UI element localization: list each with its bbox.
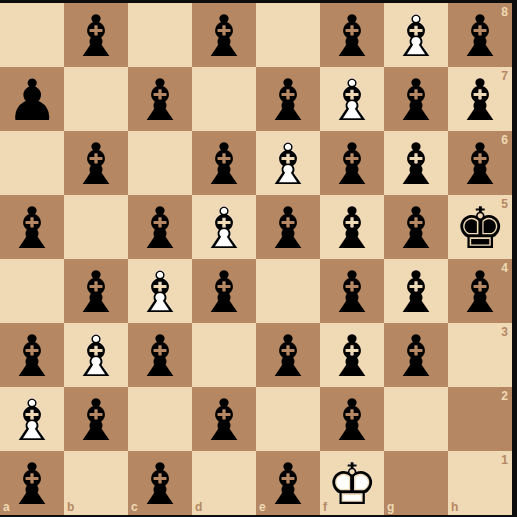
black-pawn-glyph: ♟ bbox=[0, 67, 64, 131]
square-g3[interactable]: ♝ bbox=[384, 323, 448, 387]
piece-black-bishop[interactable]: ♝ bbox=[128, 195, 192, 259]
coord-file-g: g bbox=[387, 501, 394, 513]
black-king-glyph: ♚ bbox=[448, 195, 512, 259]
square-c8[interactable] bbox=[128, 3, 192, 67]
piece-black-bishop[interactable]: ♝ bbox=[384, 131, 448, 195]
square-e8[interactable] bbox=[256, 3, 320, 67]
square-b8[interactable]: ♝ bbox=[64, 3, 128, 67]
black-bishop-glyph: ♝ bbox=[128, 67, 192, 131]
black-bishop-glyph: ♝ bbox=[0, 451, 64, 515]
piece-black-bishop[interactable]: ♝ bbox=[128, 451, 192, 515]
piece-black-bishop[interactable]: ♝ bbox=[448, 67, 512, 131]
black-bishop-glyph: ♝ bbox=[64, 259, 128, 323]
square-g4[interactable]: ♝ bbox=[384, 259, 448, 323]
square-d1[interactable]: d bbox=[192, 451, 256, 515]
chess-board[interactable]: ♝♝♝♝♗♝8♟♝♝♝♗♝♝7♝♝♝♗♝♝♝6♝♝♝♗♝♝♝♚5♝♝♗♝♝♝♝4… bbox=[0, 3, 512, 515]
piece-white-bishop[interactable]: ♝♗ bbox=[256, 131, 320, 195]
square-b4[interactable]: ♝ bbox=[64, 259, 128, 323]
coord-rank-3: 3 bbox=[501, 326, 508, 338]
square-e6[interactable]: ♝♗ bbox=[256, 131, 320, 195]
black-bishop-glyph: ♝ bbox=[192, 387, 256, 451]
piece-black-bishop[interactable]: ♝ bbox=[192, 259, 256, 323]
black-bishop-glyph: ♝ bbox=[0, 323, 64, 387]
square-f1[interactable]: ♚♔f bbox=[320, 451, 384, 515]
piece-black-bishop[interactable]: ♝ bbox=[448, 131, 512, 195]
piece-black-bishop[interactable]: ♝ bbox=[192, 131, 256, 195]
square-d3[interactable] bbox=[192, 323, 256, 387]
coord-file-d: d bbox=[195, 501, 202, 513]
black-bishop-glyph: ♝ bbox=[128, 195, 192, 259]
piece-black-bishop[interactable]: ♝ bbox=[448, 259, 512, 323]
black-bishop-glyph: ♝ bbox=[384, 323, 448, 387]
square-d4[interactable]: ♝ bbox=[192, 259, 256, 323]
white-bishop-outline-glyph: ♗ bbox=[384, 3, 448, 67]
square-h1[interactable]: h1 bbox=[448, 451, 512, 515]
square-b1[interactable]: b bbox=[64, 451, 128, 515]
square-g1[interactable]: g bbox=[384, 451, 448, 515]
square-g6[interactable]: ♝ bbox=[384, 131, 448, 195]
piece-black-bishop[interactable]: ♝ bbox=[384, 323, 448, 387]
black-bishop-glyph: ♝ bbox=[384, 259, 448, 323]
piece-white-bishop[interactable]: ♝♗ bbox=[128, 259, 192, 323]
square-c4[interactable]: ♝♗ bbox=[128, 259, 192, 323]
square-b7[interactable] bbox=[64, 67, 128, 131]
square-e2[interactable] bbox=[256, 387, 320, 451]
square-h7[interactable]: ♝7 bbox=[448, 67, 512, 131]
square-a6[interactable] bbox=[0, 131, 64, 195]
square-a1[interactable]: ♝a bbox=[0, 451, 64, 515]
piece-black-bishop[interactable]: ♝ bbox=[64, 3, 128, 67]
piece-black-pawn[interactable]: ♟ bbox=[0, 67, 64, 131]
black-bishop-glyph: ♝ bbox=[256, 67, 320, 131]
piece-black-bishop[interactable]: ♝ bbox=[192, 387, 256, 451]
piece-white-bishop[interactable]: ♝♗ bbox=[0, 387, 64, 451]
piece-white-bishop[interactable]: ♝♗ bbox=[320, 67, 384, 131]
square-a3[interactable]: ♝ bbox=[0, 323, 64, 387]
piece-black-bishop[interactable]: ♝ bbox=[192, 3, 256, 67]
square-d8[interactable]: ♝ bbox=[192, 3, 256, 67]
square-b5[interactable] bbox=[64, 195, 128, 259]
black-bishop-glyph: ♝ bbox=[128, 323, 192, 387]
white-bishop-outline-glyph: ♗ bbox=[0, 387, 64, 451]
black-bishop-glyph: ♝ bbox=[320, 259, 384, 323]
black-bishop-glyph: ♝ bbox=[320, 387, 384, 451]
coord-file-h: h bbox=[451, 501, 458, 513]
black-bishop-glyph: ♝ bbox=[128, 451, 192, 515]
black-bishop-glyph: ♝ bbox=[64, 387, 128, 451]
piece-black-bishop[interactable]: ♝ bbox=[0, 451, 64, 515]
black-bishop-glyph: ♝ bbox=[320, 195, 384, 259]
square-c7[interactable]: ♝ bbox=[128, 67, 192, 131]
square-a5[interactable]: ♝ bbox=[0, 195, 64, 259]
chess-app: ♝♝♝♝♗♝8♟♝♝♝♗♝♝7♝♝♝♗♝♝♝6♝♝♝♗♝♝♝♚5♝♝♗♝♝♝♝4… bbox=[0, 0, 517, 517]
black-bishop-glyph: ♝ bbox=[320, 3, 384, 67]
square-h8[interactable]: ♝8 bbox=[448, 3, 512, 67]
piece-black-bishop[interactable]: ♝ bbox=[448, 3, 512, 67]
piece-black-bishop[interactable]: ♝ bbox=[384, 259, 448, 323]
square-c1[interactable]: ♝c bbox=[128, 451, 192, 515]
square-c5[interactable]: ♝ bbox=[128, 195, 192, 259]
white-bishop-outline-glyph: ♗ bbox=[128, 259, 192, 323]
piece-black-bishop[interactable]: ♝ bbox=[64, 387, 128, 451]
piece-black-bishop[interactable]: ♝ bbox=[128, 67, 192, 131]
piece-black-bishop[interactable]: ♝ bbox=[320, 387, 384, 451]
square-e7[interactable]: ♝ bbox=[256, 67, 320, 131]
square-b6[interactable]: ♝ bbox=[64, 131, 128, 195]
square-g5[interactable]: ♝ bbox=[384, 195, 448, 259]
square-c6[interactable] bbox=[128, 131, 192, 195]
coord-rank-2: 2 bbox=[501, 390, 508, 402]
square-a7[interactable]: ♟ bbox=[0, 67, 64, 131]
black-bishop-glyph: ♝ bbox=[384, 195, 448, 259]
square-d2[interactable]: ♝ bbox=[192, 387, 256, 451]
square-f2[interactable]: ♝ bbox=[320, 387, 384, 451]
square-f8[interactable]: ♝ bbox=[320, 3, 384, 67]
black-bishop-glyph: ♝ bbox=[64, 3, 128, 67]
black-bishop-glyph: ♝ bbox=[0, 195, 64, 259]
black-bishop-glyph: ♝ bbox=[192, 131, 256, 195]
black-bishop-glyph: ♝ bbox=[384, 67, 448, 131]
piece-black-bishop[interactable]: ♝ bbox=[64, 131, 128, 195]
square-a8[interactable] bbox=[0, 3, 64, 67]
black-bishop-glyph: ♝ bbox=[448, 3, 512, 67]
square-e5[interactable]: ♝ bbox=[256, 195, 320, 259]
square-b2[interactable]: ♝ bbox=[64, 387, 128, 451]
piece-black-bishop[interactable]: ♝ bbox=[256, 67, 320, 131]
black-bishop-glyph: ♝ bbox=[192, 3, 256, 67]
square-e3[interactable]: ♝ bbox=[256, 323, 320, 387]
black-bishop-glyph: ♝ bbox=[320, 131, 384, 195]
square-f6[interactable]: ♝ bbox=[320, 131, 384, 195]
piece-black-bishop[interactable]: ♝ bbox=[256, 451, 320, 515]
square-e4[interactable] bbox=[256, 259, 320, 323]
square-h5[interactable]: ♚5 bbox=[448, 195, 512, 259]
piece-black-bishop[interactable]: ♝ bbox=[256, 195, 320, 259]
piece-white-bishop[interactable]: ♝♗ bbox=[384, 3, 448, 67]
square-a4[interactable] bbox=[0, 259, 64, 323]
piece-black-bishop[interactable]: ♝ bbox=[0, 195, 64, 259]
black-bishop-glyph: ♝ bbox=[384, 131, 448, 195]
white-bishop-outline-glyph: ♗ bbox=[256, 131, 320, 195]
piece-black-bishop[interactable]: ♝ bbox=[64, 259, 128, 323]
piece-black-bishop[interactable]: ♝ bbox=[320, 131, 384, 195]
black-bishop-glyph: ♝ bbox=[448, 131, 512, 195]
piece-black-bishop[interactable]: ♝ bbox=[0, 323, 64, 387]
coord-rank-1: 1 bbox=[501, 454, 508, 466]
black-bishop-glyph: ♝ bbox=[64, 131, 128, 195]
piece-black-bishop[interactable]: ♝ bbox=[128, 323, 192, 387]
square-c3[interactable]: ♝ bbox=[128, 323, 192, 387]
square-h4[interactable]: ♝4 bbox=[448, 259, 512, 323]
piece-black-bishop[interactable]: ♝ bbox=[256, 323, 320, 387]
square-e1[interactable]: ♝e bbox=[256, 451, 320, 515]
square-f4[interactable]: ♝ bbox=[320, 259, 384, 323]
piece-white-bishop[interactable]: ♝♗ bbox=[192, 195, 256, 259]
square-h2[interactable]: 2 bbox=[448, 387, 512, 451]
piece-black-king[interactable]: ♚ bbox=[448, 195, 512, 259]
white-bishop-outline-glyph: ♗ bbox=[192, 195, 256, 259]
black-bishop-glyph: ♝ bbox=[256, 323, 320, 387]
piece-black-bishop[interactable]: ♝ bbox=[320, 3, 384, 67]
square-f5[interactable]: ♝ bbox=[320, 195, 384, 259]
black-bishop-glyph: ♝ bbox=[448, 67, 512, 131]
coord-file-b: b bbox=[67, 501, 74, 513]
piece-black-bishop[interactable]: ♝ bbox=[320, 259, 384, 323]
white-king-outline-glyph: ♔ bbox=[320, 451, 384, 515]
square-c2[interactable] bbox=[128, 387, 192, 451]
black-bishop-glyph: ♝ bbox=[448, 259, 512, 323]
square-d5[interactable]: ♝♗ bbox=[192, 195, 256, 259]
square-a2[interactable]: ♝♗ bbox=[0, 387, 64, 451]
piece-black-bishop[interactable]: ♝ bbox=[384, 67, 448, 131]
piece-black-bishop[interactable]: ♝ bbox=[320, 323, 384, 387]
white-bishop-outline-glyph: ♗ bbox=[320, 67, 384, 131]
square-d7[interactable] bbox=[192, 67, 256, 131]
square-g2[interactable] bbox=[384, 387, 448, 451]
square-d6[interactable]: ♝ bbox=[192, 131, 256, 195]
piece-black-bishop[interactable]: ♝ bbox=[384, 195, 448, 259]
square-h3[interactable]: 3 bbox=[448, 323, 512, 387]
square-h6[interactable]: ♝6 bbox=[448, 131, 512, 195]
white-bishop-outline-glyph: ♗ bbox=[64, 323, 128, 387]
square-g7[interactable]: ♝ bbox=[384, 67, 448, 131]
piece-black-bishop[interactable]: ♝ bbox=[320, 195, 384, 259]
square-g8[interactable]: ♝♗ bbox=[384, 3, 448, 67]
square-f3[interactable]: ♝ bbox=[320, 323, 384, 387]
piece-white-king[interactable]: ♚♔ bbox=[320, 451, 384, 515]
square-f7[interactable]: ♝♗ bbox=[320, 67, 384, 131]
square-b3[interactable]: ♝♗ bbox=[64, 323, 128, 387]
piece-white-bishop[interactable]: ♝♗ bbox=[64, 323, 128, 387]
black-bishop-glyph: ♝ bbox=[256, 195, 320, 259]
black-bishop-glyph: ♝ bbox=[256, 451, 320, 515]
black-bishop-glyph: ♝ bbox=[320, 323, 384, 387]
black-bishop-glyph: ♝ bbox=[192, 259, 256, 323]
